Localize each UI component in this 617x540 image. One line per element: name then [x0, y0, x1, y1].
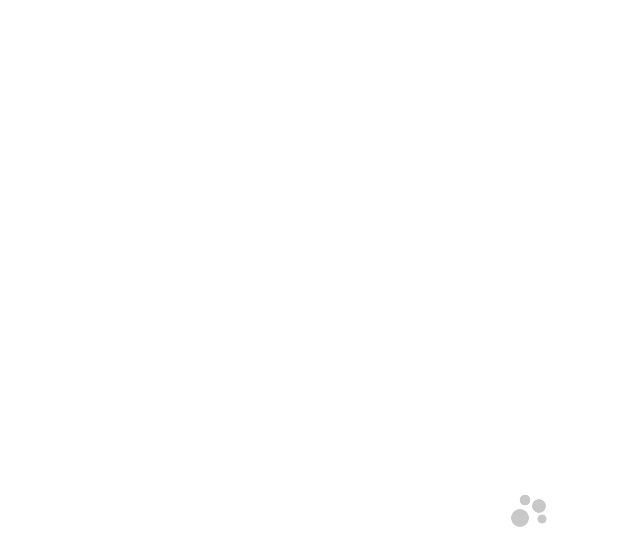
chess-board: [0, 0, 617, 540]
product-photo: [0, 0, 617, 540]
